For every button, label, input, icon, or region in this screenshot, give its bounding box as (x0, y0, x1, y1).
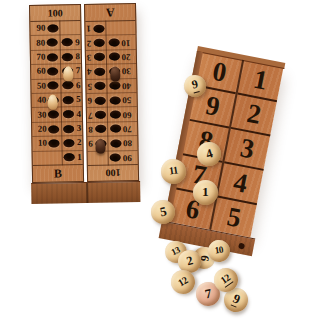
scene: 100 908097086075064053042031021 B 100 90… (0, 0, 320, 320)
disc-number: 9 (230, 292, 241, 308)
disc-number: 11 (168, 165, 178, 177)
disc-number: 10 (214, 246, 223, 256)
disc-number: 12 (219, 272, 233, 287)
number-disc[interactable]: 1 (193, 180, 218, 205)
number-disc[interactable]: 11 (159, 157, 187, 185)
disc-number: 2 (185, 254, 194, 267)
number-disc[interactable]: 9 (182, 73, 209, 100)
disc-number: 1 (202, 185, 208, 199)
disc-number: 5 (159, 205, 168, 219)
number-disc[interactable]: 4 (194, 139, 224, 169)
disc-number: 12 (177, 275, 190, 288)
number-disc[interactable]: 5 (149, 198, 177, 226)
disc-number: 4 (204, 147, 214, 161)
disc-number: 7 (204, 287, 212, 301)
disc-layer: 941115136102127912 (0, 0, 320, 320)
disc-number: 9 (191, 79, 200, 94)
